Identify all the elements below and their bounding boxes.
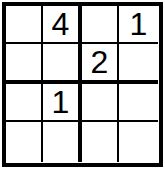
sudoku-board: 4 1 2 1 bbox=[2, 2, 163, 167]
cell-r4c4[interactable] bbox=[119, 122, 158, 162]
cell-r4c2[interactable] bbox=[43, 122, 82, 162]
cell-r3c1[interactable] bbox=[6, 84, 43, 122]
cell-r2c2[interactable] bbox=[43, 44, 82, 84]
cell-r4c1[interactable] bbox=[6, 122, 43, 162]
cell-r3c3[interactable] bbox=[82, 84, 119, 122]
cell-r2c1[interactable] bbox=[6, 44, 43, 84]
cell-r3c4[interactable] bbox=[119, 84, 158, 122]
cell-r1c3[interactable] bbox=[82, 6, 119, 44]
cell-r1c4[interactable]: 1 bbox=[119, 6, 158, 44]
cell-r2c4[interactable] bbox=[119, 44, 158, 84]
cell-r4c3[interactable] bbox=[82, 122, 119, 162]
cell-r1c2[interactable]: 4 bbox=[43, 6, 82, 44]
cell-r3c2[interactable]: 1 bbox=[43, 84, 82, 122]
cell-r2c3[interactable]: 2 bbox=[82, 44, 119, 84]
cell-r1c1[interactable] bbox=[6, 6, 43, 44]
